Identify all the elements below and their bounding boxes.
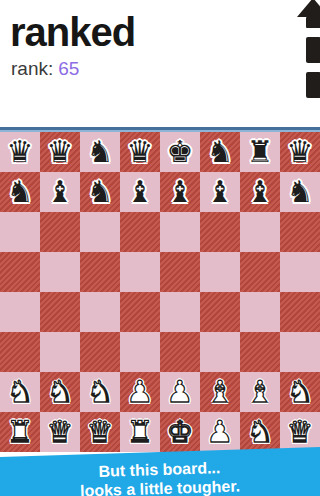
- square-h6[interactable]: [280, 212, 320, 252]
- square-c4[interactable]: [80, 292, 120, 332]
- square-f4[interactable]: [200, 292, 240, 332]
- piece-black-bishop[interactable]: ♝: [40, 172, 80, 212]
- square-a5[interactable]: [0, 252, 40, 292]
- square-e5[interactable]: [160, 252, 200, 292]
- rank-up-arrow-icon: [296, 0, 320, 98]
- square-c6[interactable]: [80, 212, 120, 252]
- square-e4[interactable]: [160, 292, 200, 332]
- square-h8[interactable]: ♛: [280, 132, 320, 172]
- square-e6[interactable]: [160, 212, 200, 252]
- arrow-shaft-segment: [306, 17, 320, 28]
- square-d2[interactable]: ♟: [120, 372, 160, 412]
- square-c5[interactable]: [80, 252, 120, 292]
- rank-line: rank:65: [0, 54, 320, 80]
- square-b3[interactable]: [40, 332, 80, 372]
- square-d6[interactable]: [120, 212, 160, 252]
- square-d4[interactable]: [120, 292, 160, 332]
- square-d8[interactable]: ♛: [120, 132, 160, 172]
- square-a2[interactable]: ♞: [0, 372, 40, 412]
- piece-white-knight[interactable]: ♞: [40, 372, 80, 412]
- square-b7[interactable]: ♝: [40, 172, 80, 212]
- piece-black-queen[interactable]: ♛: [40, 132, 80, 172]
- square-b8[interactable]: ♛: [40, 132, 80, 172]
- square-a7[interactable]: ♞: [0, 172, 40, 212]
- piece-black-bishop[interactable]: ♝: [200, 172, 240, 212]
- piece-black-queen[interactable]: ♛: [280, 132, 320, 172]
- chess-board[interactable]: ♛♛♞♛♚♞♜♛♞♝♞♝♝♝♝♞♞♞♞♟♟♝♝♞♜♛♛♜♚♟♞♛: [0, 132, 320, 452]
- piece-white-knight[interactable]: ♞: [80, 372, 120, 412]
- piece-black-knight[interactable]: ♞: [80, 132, 120, 172]
- square-h3[interactable]: [280, 332, 320, 372]
- square-a8[interactable]: ♛: [0, 132, 40, 172]
- square-e7[interactable]: ♝: [160, 172, 200, 212]
- square-b5[interactable]: [40, 252, 80, 292]
- square-b4[interactable]: [40, 292, 80, 332]
- square-g6[interactable]: [240, 212, 280, 252]
- arrow-dash: [306, 72, 320, 98]
- square-c2[interactable]: ♞: [80, 372, 120, 412]
- square-a6[interactable]: [0, 212, 40, 252]
- piece-white-bishop[interactable]: ♝: [200, 372, 240, 412]
- page-title: ranked: [0, 0, 320, 54]
- square-f6[interactable]: [200, 212, 240, 252]
- piece-white-pawn[interactable]: ♟: [160, 372, 200, 412]
- piece-black-knight[interactable]: ♞: [0, 172, 40, 212]
- banner-ribbon: But this board... looks a little tougher…: [0, 446, 320, 496]
- arrow-dash: [306, 37, 320, 63]
- square-e3[interactable]: [160, 332, 200, 372]
- square-d3[interactable]: [120, 332, 160, 372]
- app-screen: ranked rank:65 ♛♛♞♛♚♞♜♛♞♝♞♝♝♝♝♞♞♞♞♟♟♝♝♞♜…: [0, 0, 320, 496]
- square-c7[interactable]: ♞: [80, 172, 120, 212]
- square-g5[interactable]: [240, 252, 280, 292]
- rank-value: 65: [58, 58, 79, 79]
- square-g3[interactable]: [240, 332, 280, 372]
- square-b6[interactable]: [40, 212, 80, 252]
- square-g7[interactable]: ♝: [240, 172, 280, 212]
- square-g8[interactable]: ♜: [240, 132, 280, 172]
- piece-black-bishop[interactable]: ♝: [120, 172, 160, 212]
- square-g2[interactable]: ♝: [240, 372, 280, 412]
- piece-black-knight[interactable]: ♞: [280, 172, 320, 212]
- square-e8[interactable]: ♚: [160, 132, 200, 172]
- piece-white-bishop[interactable]: ♝: [240, 372, 280, 412]
- piece-black-queen[interactable]: ♛: [120, 132, 160, 172]
- square-b2[interactable]: ♞: [40, 372, 80, 412]
- square-h2[interactable]: ♞: [280, 372, 320, 412]
- piece-white-knight[interactable]: ♞: [0, 372, 40, 412]
- piece-white-pawn[interactable]: ♟: [120, 372, 160, 412]
- square-h7[interactable]: ♞: [280, 172, 320, 212]
- square-c8[interactable]: ♞: [80, 132, 120, 172]
- arrow-head: [297, 0, 320, 17]
- square-d7[interactable]: ♝: [120, 172, 160, 212]
- header: ranked rank:65: [0, 0, 320, 127]
- square-h4[interactable]: [280, 292, 320, 332]
- square-a4[interactable]: [0, 292, 40, 332]
- piece-black-rook[interactable]: ♜: [240, 132, 280, 172]
- square-f5[interactable]: [200, 252, 240, 292]
- square-g4[interactable]: [240, 292, 280, 332]
- square-e2[interactable]: ♟: [160, 372, 200, 412]
- rank-label: rank:: [11, 58, 53, 79]
- square-d5[interactable]: [120, 252, 160, 292]
- piece-white-knight[interactable]: ♞: [280, 372, 320, 412]
- square-f2[interactable]: ♝: [200, 372, 240, 412]
- square-h5[interactable]: [280, 252, 320, 292]
- square-c3[interactable]: [80, 332, 120, 372]
- bottom-banner: But this board... looks a little tougher…: [0, 445, 320, 496]
- square-a3[interactable]: [0, 332, 40, 372]
- square-f3[interactable]: [200, 332, 240, 372]
- piece-black-knight[interactable]: ♞: [200, 132, 240, 172]
- piece-black-knight[interactable]: ♞: [80, 172, 120, 212]
- piece-black-bishop[interactable]: ♝: [160, 172, 200, 212]
- square-f8[interactable]: ♞: [200, 132, 240, 172]
- piece-black-queen[interactable]: ♛: [0, 132, 40, 172]
- piece-black-king[interactable]: ♚: [160, 132, 200, 172]
- piece-black-bishop[interactable]: ♝: [240, 172, 280, 212]
- square-f7[interactable]: ♝: [200, 172, 240, 212]
